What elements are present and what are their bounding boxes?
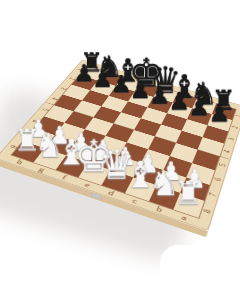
corner-cutout bbox=[160, 245, 240, 303]
rank-label-right-5: 5 bbox=[210, 158, 235, 172]
chess-board: hgfedcba1122334455667788 ♜♞♝♚♛♝♞♜♟♟♟♟♟♟♟… bbox=[0, 60, 240, 232]
rank-label-right-4: 4 bbox=[215, 145, 239, 158]
rank-label-right-3: 3 bbox=[220, 133, 240, 146]
piece-white-rook-a8: ♜ bbox=[174, 177, 202, 208]
product-photo: hgfedcba1122334455667788 ♜♞♝♚♛♝♞♜♟♟♟♟♟♟♟… bbox=[0, 0, 240, 303]
rank-label-right-6: 6 bbox=[205, 172, 231, 187]
